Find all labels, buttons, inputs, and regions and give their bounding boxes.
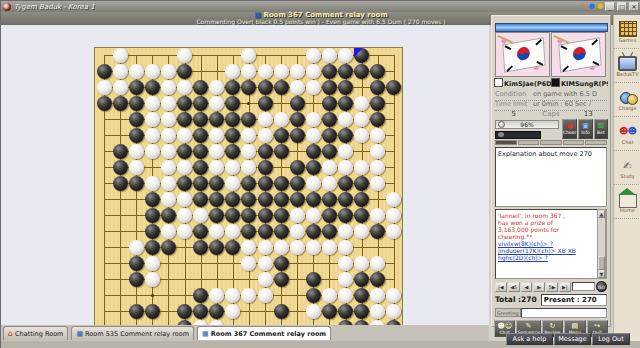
black-stone: [97, 96, 112, 111]
black-stone: [322, 64, 337, 79]
black-stone: [193, 112, 208, 127]
white-stone: [225, 304, 240, 319]
black-captures-count: 13: [570, 110, 607, 119]
white-stone: [258, 240, 273, 255]
white-stone: [145, 112, 160, 127]
white-stone: [241, 288, 256, 303]
cheer-buttons: ●Cheer ▣Info ⚄Bet: [562, 119, 608, 139]
black-stone: [209, 176, 224, 191]
sidebar-item-home[interactable]: Home: [614, 185, 640, 219]
greeting-input[interactable]: [521, 308, 607, 318]
black-stone: [290, 176, 305, 191]
black-stone: [193, 160, 208, 175]
black-stone: [322, 192, 337, 207]
white-stone: [225, 288, 240, 303]
white-stone: [354, 256, 369, 271]
black-stone: [225, 96, 240, 111]
player-flags: [495, 32, 607, 77]
white-stone: [258, 256, 273, 271]
black-stone: [306, 192, 321, 207]
white-stone: [338, 144, 353, 159]
chat-message: 'lanneil', in room 367 ,: [498, 212, 596, 219]
white-stone: [290, 224, 305, 239]
black-stone: [290, 160, 305, 175]
white-stone: [129, 160, 144, 175]
volume-thumb[interactable]: [498, 132, 504, 137]
black-stone: [193, 176, 208, 191]
black-stone: [338, 64, 353, 79]
black-player-flag-korea: [551, 32, 606, 77]
black-stone: [258, 192, 273, 207]
nav-button-3[interactable]: ▶: [533, 282, 545, 292]
black-stone: [354, 64, 369, 79]
nav-button-5[interactable]: ▶|: [559, 282, 571, 292]
tab-chatting-room[interactable]: ⌂ Chatting Room: [3, 326, 68, 340]
present-move-box: Present : 270: [541, 294, 607, 306]
white-stone: [129, 64, 144, 79]
hoshi-point: [247, 102, 250, 105]
time-limit-label: Time limit: [495, 100, 533, 110]
white-stone: [177, 128, 192, 143]
sidebar-item-chat[interactable]: ☻☻ Chat: [614, 117, 640, 151]
black-stone: [258, 160, 273, 175]
go-board-icon: [618, 20, 638, 38]
black-stone: [241, 176, 256, 191]
black-stone: [145, 192, 160, 207]
white-stone: [306, 240, 321, 255]
board-icon: ▦: [76, 330, 83, 338]
progress-slider[interactable]: 96%: [495, 120, 559, 129]
quit-icon: ↪: [594, 323, 600, 330]
white-stone: [161, 96, 176, 111]
black-stone: [129, 272, 144, 287]
white-stone: [193, 208, 208, 223]
white-stone: [386, 224, 401, 239]
black-stone: [274, 304, 289, 319]
white-captures-count: 5: [495, 110, 532, 119]
white-stone: [113, 80, 128, 95]
go-board[interactable]: [94, 47, 403, 348]
white-stone: [177, 48, 192, 63]
black-stone: [193, 288, 208, 303]
white-stone: [338, 112, 353, 127]
white-stone: [306, 80, 321, 95]
menu-icon: ▤: [572, 323, 579, 330]
blue-ball-icon[interactable]: ●: [589, 3, 595, 10]
white-stone: [225, 64, 240, 79]
white-stone: [161, 64, 176, 79]
white-stone-icon: [494, 78, 503, 87]
black-stone: [258, 176, 273, 191]
chat-message[interactable]: vivilxw(8K)(ch)> ?: [498, 240, 596, 247]
white-stone: [306, 304, 321, 319]
black-stone: [274, 144, 289, 159]
white-stone: [177, 224, 192, 239]
white-stone: [322, 48, 337, 63]
white-stone: [354, 112, 369, 127]
volume-slider[interactable]: [495, 131, 541, 139]
white-stone: [161, 192, 176, 207]
white-stone: [354, 224, 369, 239]
black-stone: [225, 192, 240, 207]
black-stone: [145, 80, 160, 95]
white-stone: [97, 80, 112, 95]
black-stone: [370, 272, 385, 287]
black-stone: [370, 80, 385, 95]
white-stone: [338, 48, 353, 63]
black-stone: [129, 176, 144, 191]
panel-title-bar: [495, 23, 608, 32]
restore-button[interactable]: □: [617, 2, 627, 11]
black-stone: [97, 64, 112, 79]
white-stone: [338, 256, 353, 271]
nav-button-2[interactable]: ◀: [521, 282, 533, 292]
white-stone: [241, 144, 256, 159]
black-stone: [354, 192, 369, 207]
chat-message[interactable]: hghc(2D)(ch)> ?: [498, 254, 596, 261]
white-stone: [370, 304, 385, 319]
white-stone: [129, 144, 144, 159]
black-stone: [338, 176, 353, 191]
hoshi-point: [151, 294, 154, 297]
black-stone: [338, 96, 353, 111]
white-stone: [258, 128, 273, 143]
white-stone: [209, 96, 224, 111]
player-names-row: KimSJae(P6D) KIMSungR(P9D): [494, 78, 608, 89]
white-stone: [161, 176, 176, 191]
progress-value: 96%: [520, 121, 533, 128]
white-stone: [290, 80, 305, 95]
black-stone: [322, 128, 337, 143]
black-stone: [354, 304, 369, 319]
window-title: Tygem Baduk - Korea 1: [14, 3, 95, 11]
sidebar-item-study[interactable]: ✍ Study: [614, 151, 640, 185]
minimize-button[interactable]: _: [605, 2, 615, 11]
people-icon: ☻☻: [618, 122, 638, 140]
review-progress: 96%: [495, 120, 559, 138]
black-player-name: KIMSungR(P9D): [561, 80, 608, 88]
black-stone: [193, 144, 208, 159]
white-stone: [209, 144, 224, 159]
white-stone: [338, 240, 353, 255]
tab-room-367[interactable]: ▦ Room 367 Comment relay room: [197, 326, 331, 340]
nav-button-4[interactable]: 5▶: [546, 282, 558, 292]
dice-icon: ⚄: [598, 123, 604, 130]
white-stone: [370, 128, 385, 143]
chat-message: has won a prize of: [498, 219, 596, 226]
pencil-icon[interactable]: ✎: [581, 3, 587, 10]
black-stone: [129, 128, 144, 143]
black-stone: [145, 240, 160, 255]
condition-value: en game with 6.5 D: [533, 90, 597, 100]
white-stone: [306, 176, 321, 191]
black-stone: [338, 80, 353, 95]
black-stone: [306, 144, 321, 159]
black-stone: [145, 304, 160, 319]
white-stone: [338, 160, 353, 175]
black-stone: [370, 96, 385, 111]
black-stone: [258, 80, 273, 95]
black-stone: [225, 208, 240, 223]
review-icon: ↻: [549, 323, 555, 330]
panel-mini-tabs[interactable]: [495, 140, 607, 145]
black-stone: [274, 176, 289, 191]
white-stone: [177, 192, 192, 207]
message-button[interactable]: Message: [554, 333, 591, 345]
chat-message[interactable]: jinduoer(17K)(ch)> XB XB: [498, 247, 596, 254]
logout-button[interactable]: Log Out: [592, 333, 630, 345]
black-stone: [209, 192, 224, 207]
white-stone: [290, 64, 305, 79]
black-stone: [209, 240, 224, 255]
nav-button-1[interactable]: ◀5: [508, 282, 520, 292]
black-stone: [306, 224, 321, 239]
chat-message: 3,163,000 points for: [498, 226, 596, 233]
black-stone: [209, 304, 224, 319]
sequence-icon: ✎: [526, 323, 532, 330]
white-stone: [161, 144, 176, 159]
home-icon: [618, 190, 638, 208]
white-stone: [145, 64, 160, 79]
black-stone: [322, 80, 337, 95]
black-stone: [177, 176, 192, 191]
white-stone: [322, 288, 337, 303]
home-icon: ⌂: [8, 329, 13, 338]
black-stone: [241, 192, 256, 207]
white-stone: [209, 224, 224, 239]
study-icon: ✍: [618, 156, 638, 174]
scroll-down-icon[interactable]: ▼: [598, 270, 605, 278]
white-stone: [290, 208, 305, 223]
black-stone: [113, 160, 128, 175]
white-stone: [274, 64, 289, 79]
chat-icon: ☻☺: [497, 323, 512, 330]
white-stone: [145, 272, 160, 287]
black-stone: [193, 128, 208, 143]
black-stone: [113, 144, 128, 159]
black-stone: [306, 160, 321, 175]
black-stone: [129, 256, 144, 271]
black-stone: [322, 304, 337, 319]
white-stone: [129, 240, 144, 255]
white-stone: [161, 112, 176, 127]
black-stone: [258, 144, 273, 159]
white-stone: [145, 256, 160, 271]
black-stone: [274, 128, 289, 143]
white-stone: [161, 80, 176, 95]
black-stone: [258, 96, 273, 111]
service-sidebar: Games BadukTV Charge ☻☻ Chat ✍ Study Hom…: [613, 15, 640, 348]
scroll-thumb[interactable]: [598, 256, 605, 270]
main-area: [1, 25, 489, 325]
black-stone: [129, 304, 144, 319]
black-stone: [354, 176, 369, 191]
chat-message-box[interactable]: 'lanneil', in room 367 ,has won a prize …: [495, 209, 607, 279]
white-stone: [241, 64, 256, 79]
tab-room-535[interactable]: ▦ Room 535 Comment relay room: [71, 326, 194, 340]
white-stone: [370, 160, 385, 175]
sidebar-item-charge[interactable]: Charge: [614, 83, 640, 117]
sidebar-item-games[interactable]: Games: [614, 15, 640, 49]
coins-icon: [618, 88, 638, 106]
white-stone: [274, 240, 289, 255]
black-stone: [241, 224, 256, 239]
white-stone: [145, 96, 160, 111]
white-stone: [386, 192, 401, 207]
black-stone: [322, 224, 337, 239]
white-stone: [145, 128, 160, 143]
white-stone: [306, 112, 321, 127]
tv-icon: [618, 54, 638, 72]
black-stone: [274, 80, 289, 95]
time-limit-value: ur 0min : 60 Sec /: [533, 100, 591, 110]
black-stone: [274, 272, 289, 287]
cheer-button[interactable]: ●Cheer: [562, 119, 577, 139]
progress-thumb[interactable]: [498, 121, 505, 128]
black-stone: [274, 208, 289, 223]
move-number-input[interactable]: [572, 282, 596, 291]
chat-scrollbar[interactable]: ▲ ▼: [597, 209, 606, 279]
white-stone: [338, 272, 353, 287]
white-stone: [177, 80, 192, 95]
white-stone: [306, 48, 321, 63]
black-stone: [225, 112, 240, 127]
black-stone: [241, 112, 256, 127]
white-stone: [225, 224, 240, 239]
white-stone: [209, 288, 224, 303]
white-stone: [161, 224, 176, 239]
white-stone: [370, 176, 385, 191]
black-stone: [113, 176, 128, 191]
move-explanation-box[interactable]: Explanation about move 270: [495, 147, 607, 207]
black-stone: [290, 192, 305, 207]
room-tabs: ⌂ Chatting Room ▦ Room 535 Comment relay…: [1, 325, 489, 341]
nav-button-0[interactable]: |◀: [495, 282, 507, 292]
yellow-ball-icon[interactable]: ●: [597, 3, 603, 10]
white-stone: [258, 288, 273, 303]
black-stone: [306, 272, 321, 287]
white-stone: [386, 304, 401, 319]
white-stone: [241, 128, 256, 143]
game-info-panel: KimSJae(P6D) KIMSungR(P9D) Condition en …: [491, 15, 611, 327]
black-stone: [145, 224, 160, 239]
explanation-text: Explanation about move 270: [498, 150, 592, 158]
black-stone: [161, 240, 176, 255]
black-stone: [193, 240, 208, 255]
black-stone: [290, 96, 305, 111]
white-stone: [306, 208, 321, 223]
sidebar-item-baduktv[interactable]: BadukTV: [614, 49, 640, 83]
black-stone: [193, 96, 208, 111]
black-stone: [241, 80, 256, 95]
black-stone: [193, 304, 208, 319]
tv-icon: ▣: [582, 123, 589, 130]
black-stone: [209, 112, 224, 127]
black-stone: [274, 224, 289, 239]
white-stone: [306, 64, 321, 79]
black-stone: [161, 208, 176, 223]
bet-button[interactable]: ⚄Bet: [594, 119, 608, 139]
black-stone: [370, 64, 385, 79]
black-stone: [193, 80, 208, 95]
white-stone: [209, 128, 224, 143]
go-button[interactable]: GO: [596, 281, 607, 292]
white-stone: [241, 256, 256, 271]
black-stone: [338, 208, 353, 223]
white-stone: [322, 240, 337, 255]
close-button[interactable]: ✕: [629, 2, 639, 11]
captures-label: Caps: [532, 110, 569, 119]
black-stone: [225, 240, 240, 255]
board-icon: ▦: [202, 330, 209, 338]
black-stone: [129, 80, 144, 95]
black-stone: [225, 128, 240, 143]
black-stone: [177, 64, 192, 79]
white-stone: [386, 288, 401, 303]
total-moves-label: Total :270: [495, 295, 537, 304]
info-button[interactable]: ▣Info: [578, 119, 592, 139]
white-stone: [145, 176, 160, 191]
white-stone: [161, 160, 176, 175]
white-stone: [258, 272, 273, 287]
black-stone: [177, 144, 192, 159]
white-stone: [225, 160, 240, 175]
black-stone: [354, 272, 369, 287]
white-stone: [322, 176, 337, 191]
white-stone: [306, 128, 321, 143]
black-stone: [113, 96, 128, 111]
white-stone: [354, 160, 369, 175]
white-player-name: KimSJae(P6D): [504, 80, 551, 88]
white-stone: [177, 160, 192, 175]
black-stone: [290, 128, 305, 143]
black-stone: [225, 144, 240, 159]
condition-label: Condition: [495, 90, 533, 100]
ask-help-button[interactable]: Ask a help: [506, 333, 553, 345]
black-stone: [225, 80, 240, 95]
white-stone: [241, 48, 256, 63]
black-stone: [322, 112, 337, 127]
white-stone: [177, 208, 192, 223]
app-window: Tygem Baduk - Korea 1 ✎ ● ● _ □ ✕ ▦ Room…: [0, 0, 640, 348]
black-stone: [145, 208, 160, 223]
black-stone: [209, 208, 224, 223]
black-stone: [241, 208, 256, 223]
move-navigation: |◀◀5◀▶5▶▶|GO: [495, 281, 607, 292]
black-stone: [370, 112, 385, 127]
white-stone: [209, 80, 224, 95]
white-stone: [113, 64, 128, 79]
white-stone: [161, 128, 176, 143]
black-stone: [274, 256, 289, 271]
black-stone: [177, 96, 192, 111]
white-stone: [338, 224, 353, 239]
black-stone: [193, 224, 208, 239]
black-stone: [177, 112, 192, 127]
black-stone: [322, 144, 337, 159]
white-stone: [386, 208, 401, 223]
black-stone: [338, 128, 353, 143]
chat-message: cheering.**: [498, 233, 596, 240]
white-stone: [225, 176, 240, 191]
captures-row: 5 Caps 13: [495, 110, 607, 119]
white-stone: [241, 240, 256, 255]
white-stone: [370, 208, 385, 223]
white-stone: [258, 64, 273, 79]
black-stone: [386, 80, 401, 95]
scroll-up-icon[interactable]: ▲: [598, 210, 605, 218]
white-stone: [113, 48, 128, 63]
